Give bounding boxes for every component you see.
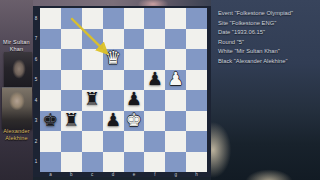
square-g1 [165,152,186,173]
square-h7 [186,29,207,50]
square-d3: ♟ [103,111,124,132]
square-a1 [40,152,61,173]
square-c5 [82,70,103,91]
video-frame: Mir Sultan Khan Alexander Alekhine ♛♟♟♜♟… [0,0,320,180]
square-a7 [40,29,61,50]
rank-label-4: 4 [33,90,39,111]
rank-label-2: 2 [33,131,39,152]
file-label-d: d [103,172,124,177]
square-h1 [186,152,207,173]
piece-white-queen-d6: ♛ [105,49,121,67]
square-h8 [186,8,207,29]
square-d8 [103,8,124,29]
square-b7 [61,29,82,50]
rank-label-5: 5 [33,70,39,91]
square-c1 [82,152,103,173]
square-f7 [144,29,165,50]
square-e5 [124,70,145,91]
square-e8 [124,8,145,29]
square-f5: ♟ [144,70,165,91]
square-a8 [40,8,61,29]
square-c3 [82,111,103,132]
square-g4 [165,90,186,111]
pgn-round: Round "5" [218,38,318,48]
square-g5: ♟ [165,70,186,91]
square-f2 [144,131,165,152]
piece-black-rook-c4: ♜ [84,90,100,108]
piece-white-king-e3: ♚ [126,111,142,129]
square-e1 [124,152,145,173]
file-label-e: e [124,172,145,177]
square-b6 [61,49,82,70]
piece-white-pawn-g5: ♟ [168,70,184,88]
square-e2 [124,131,145,152]
pgn-white: White "Mir Sultan Khan" [218,47,318,57]
pgn-header-panel: Event "Folkestone Olympiad" Site "Folkes… [218,9,318,67]
square-h6 [186,49,207,70]
square-c4: ♜ [82,90,103,111]
file-label-g: g [165,172,186,177]
file-label-h: h [186,172,207,177]
square-f6 [144,49,165,70]
square-b3: ♜ [61,111,82,132]
square-d1 [103,152,124,173]
rank-label-8: 8 [33,8,39,29]
pgn-event: Event "Folkestone Olympiad" [218,9,318,19]
square-h2 [186,131,207,152]
square-c6 [82,49,103,70]
square-f1 [144,152,165,173]
file-label-f: f [144,172,165,177]
square-h5 [186,70,207,91]
square-h3 [186,111,207,132]
portrait-alekhine [2,87,32,129]
square-c2 [82,131,103,152]
file-label-a: a [40,172,61,177]
square-a3: ♚ [40,111,61,132]
square-a4 [40,90,61,111]
rank-label-3: 3 [33,111,39,132]
square-g7 [165,29,186,50]
square-e7 [124,29,145,50]
square-b1 [61,152,82,173]
square-g8 [165,8,186,29]
rank-label-7: 7 [33,29,39,50]
square-d4 [103,90,124,111]
square-g2 [165,131,186,152]
rank-label-6: 6 [33,49,39,70]
square-g6 [165,49,186,70]
file-labels: abcdefgh [40,172,207,177]
square-e6 [124,49,145,70]
rank-labels: 87654321 [33,8,39,172]
square-c7 [82,29,103,50]
square-g3 [165,111,186,132]
square-a6 [40,49,61,70]
pgn-black: Black "Alexander Alekhine" [218,57,318,67]
square-a5 [40,70,61,91]
square-c8 [82,8,103,29]
square-b5 [61,70,82,91]
pgn-date: Date "1933.06.15" [218,28,318,38]
pgn-site: Site "Folkestone ENG" [218,19,318,29]
piece-black-pawn-f5: ♟ [147,70,163,88]
file-label-c: c [82,172,103,177]
square-h4 [186,90,207,111]
square-d5 [103,70,124,91]
square-d6: ♛ [103,49,124,70]
chess-board: ♛♟♟♜♟♚♜♟♚ 87654321 abcdefgh [33,6,211,177]
square-d2 [103,131,124,152]
square-b8 [61,8,82,29]
square-e4: ♟ [124,90,145,111]
square-f8 [144,8,165,29]
player-name-white: Mir Sultan Khan [0,39,33,52]
piece-black-king-a3: ♚ [42,111,58,129]
player-name-black: Alexander Alekhine [0,128,33,141]
piece-black-rook-b3: ♜ [63,111,79,129]
square-f3 [144,111,165,132]
portrait-sultan-khan [4,52,32,91]
square-e3: ♚ [124,111,145,132]
square-b2 [61,131,82,152]
square-b4 [61,90,82,111]
rank-label-1: 1 [33,152,39,173]
piece-black-pawn-e4: ♟ [126,90,142,108]
square-d7 [103,29,124,50]
piece-black-pawn-d3: ♟ [105,111,121,129]
square-a2 [40,131,61,152]
board-squares: ♛♟♟♜♟♚♜♟♚ [40,8,207,172]
square-f4 [144,90,165,111]
file-label-b: b [61,172,82,177]
